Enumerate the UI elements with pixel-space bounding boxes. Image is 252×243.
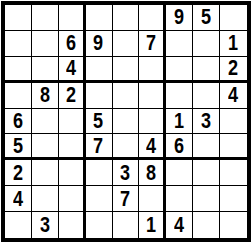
- cell-r3c5[interactable]: [113, 57, 140, 83]
- cell-r8c9[interactable]: [220, 186, 247, 212]
- cell-r9c3[interactable]: [59, 212, 86, 238]
- given-digit: 6: [174, 135, 184, 157]
- cell-r2c7[interactable]: [166, 31, 193, 57]
- cell-r1c5[interactable]: [113, 5, 140, 31]
- cell-r4c5[interactable]: [113, 83, 140, 109]
- cell-r1c8: 5: [193, 5, 220, 31]
- cell-r3c8[interactable]: [193, 57, 220, 83]
- cell-r3c7[interactable]: [166, 57, 193, 83]
- given-digit: 1: [229, 32, 239, 54]
- given-digit: 4: [174, 214, 184, 236]
- cell-r2c3: 6: [59, 31, 86, 57]
- cell-r6c1: 5: [5, 134, 32, 160]
- cell-r2c9: 1: [220, 31, 247, 57]
- given-digit: 4: [146, 135, 156, 157]
- given-digit: 2: [229, 57, 239, 79]
- cell-r2c5[interactable]: [113, 31, 140, 57]
- cell-r7c8[interactable]: [193, 160, 220, 186]
- cell-r7c6: 8: [139, 160, 166, 186]
- given-digit: 7: [94, 135, 104, 157]
- cell-r2c6: 7: [139, 31, 166, 57]
- given-digit: 7: [120, 188, 130, 210]
- cell-r4c9: 4: [220, 83, 247, 109]
- cell-r3c2[interactable]: [32, 57, 59, 83]
- cell-r9c4[interactable]: [86, 212, 113, 238]
- cell-r3c1[interactable]: [5, 57, 32, 83]
- given-digit: 5: [201, 6, 211, 28]
- cell-r2c2[interactable]: [32, 31, 59, 57]
- cell-r1c1[interactable]: [5, 5, 32, 31]
- given-digit: 9: [174, 6, 184, 28]
- given-digit: 6: [13, 110, 23, 132]
- cell-r4c7[interactable]: [166, 83, 193, 109]
- cell-r1c9[interactable]: [220, 5, 247, 31]
- cell-r3c6[interactable]: [139, 57, 166, 83]
- given-digit: 3: [201, 110, 211, 132]
- cell-r5c8: 3: [193, 109, 220, 135]
- given-digit: 4: [13, 188, 23, 210]
- cell-r5c5[interactable]: [113, 109, 140, 135]
- cell-r4c2: 8: [32, 83, 59, 109]
- cell-r5c1: 6: [5, 109, 32, 135]
- cell-r8c6[interactable]: [139, 186, 166, 212]
- cell-r7c3[interactable]: [59, 160, 86, 186]
- given-digit: 3: [120, 162, 130, 184]
- cell-r6c6: 4: [139, 134, 166, 160]
- cell-r2c1[interactable]: [5, 31, 32, 57]
- cell-r5c4: 5: [86, 109, 113, 135]
- cell-r6c8[interactable]: [193, 134, 220, 160]
- cell-r7c1: 2: [5, 160, 32, 186]
- cell-r8c5: 7: [113, 186, 140, 212]
- given-digit: 6: [66, 32, 76, 54]
- cell-r1c2[interactable]: [32, 5, 59, 31]
- cell-r7c5: 3: [113, 160, 140, 186]
- cell-r5c7: 1: [166, 109, 193, 135]
- cell-r3c3: 4: [59, 57, 86, 83]
- cell-r4c4[interactable]: [86, 83, 113, 109]
- given-digit: 4: [66, 57, 76, 79]
- cell-r4c6[interactable]: [139, 83, 166, 109]
- given-digit: 8: [40, 84, 50, 106]
- cell-r1c7: 9: [166, 5, 193, 31]
- given-digit: 4: [229, 84, 239, 106]
- given-digit: 9: [94, 32, 104, 54]
- cell-r6c2[interactable]: [32, 134, 59, 160]
- cell-r8c7[interactable]: [166, 186, 193, 212]
- given-digit: 7: [146, 32, 156, 54]
- given-digit: 5: [13, 135, 23, 157]
- given-digit: 2: [13, 162, 23, 184]
- cell-r9c8[interactable]: [193, 212, 220, 238]
- cell-r8c4[interactable]: [86, 186, 113, 212]
- sudoku-board-wrapper: 956971428246513574623847314: [0, 0, 252, 243]
- cell-r9c1[interactable]: [5, 212, 32, 238]
- cell-r9c7: 4: [166, 212, 193, 238]
- cell-r1c6[interactable]: [139, 5, 166, 31]
- cell-r6c5[interactable]: [113, 134, 140, 160]
- given-digit: 5: [94, 110, 104, 132]
- cell-r1c3[interactable]: [59, 5, 86, 31]
- cell-r7c2[interactable]: [32, 160, 59, 186]
- cell-r7c4[interactable]: [86, 160, 113, 186]
- cell-r8c1: 4: [5, 186, 32, 212]
- cell-r9c9[interactable]: [220, 212, 247, 238]
- cell-r6c9[interactable]: [220, 134, 247, 160]
- cell-r6c7: 6: [166, 134, 193, 160]
- given-digit: 3: [40, 214, 50, 236]
- cell-r9c2: 3: [32, 212, 59, 238]
- cell-r7c7[interactable]: [166, 160, 193, 186]
- cell-r8c3[interactable]: [59, 186, 86, 212]
- cell-r5c3[interactable]: [59, 109, 86, 135]
- cell-r9c6: 1: [139, 212, 166, 238]
- cell-r8c2[interactable]: [32, 186, 59, 212]
- cell-r6c3[interactable]: [59, 134, 86, 160]
- sudoku-board: 956971428246513574623847314: [1, 1, 251, 242]
- cell-r3c9: 2: [220, 57, 247, 83]
- cell-r6c4: 7: [86, 134, 113, 160]
- cell-r7c9[interactable]: [220, 160, 247, 186]
- cell-r5c2[interactable]: [32, 109, 59, 135]
- cell-r5c9[interactable]: [220, 109, 247, 135]
- cell-r8c8[interactable]: [193, 186, 220, 212]
- cell-r4c1[interactable]: [5, 83, 32, 109]
- cell-r3c4[interactable]: [86, 57, 113, 83]
- given-digit: 1: [174, 110, 184, 132]
- given-digit: 2: [66, 84, 76, 106]
- cell-r2c8[interactable]: [193, 31, 220, 57]
- cell-r2c4: 9: [86, 31, 113, 57]
- cell-r4c8[interactable]: [193, 83, 220, 109]
- cell-r5c6[interactable]: [139, 109, 166, 135]
- cell-r4c3: 2: [59, 83, 86, 109]
- cell-r9c5[interactable]: [113, 212, 140, 238]
- given-digit: 1: [146, 214, 156, 236]
- cell-r1c4[interactable]: [86, 5, 113, 31]
- given-digit: 8: [146, 162, 156, 184]
